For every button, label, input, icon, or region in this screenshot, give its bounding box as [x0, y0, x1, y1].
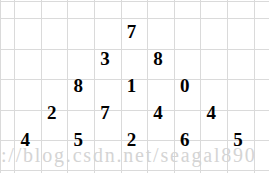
triangle-cell: 7 — [92, 100, 119, 126]
triangle-row-2: 3 8 — [0, 46, 263, 72]
triangle-row-3: 8 1 0 — [0, 73, 263, 99]
watermark-text: ://blog.csdn.net/seagal890 — [1, 144, 257, 167]
triangle-row-1: 7 — [0, 19, 263, 45]
triangle-cell: 8 — [65, 73, 92, 99]
triangle-cell: 1 — [118, 73, 145, 99]
triangle-cell: 8 — [145, 46, 172, 72]
triangle-cell: 3 — [92, 46, 119, 72]
triangle-cell: 4 — [198, 100, 225, 126]
triangle-cell: 2 — [38, 100, 65, 126]
spreadsheet-grid-board: 7 3 8 8 1 0 2 7 4 4 4 5 2 6 5 ://blog.cs… — [0, 0, 269, 173]
triangle-row-4: 2 7 4 4 — [0, 100, 263, 126]
triangle-cell: 0 — [171, 73, 198, 99]
triangle-cell: 4 — [145, 100, 172, 126]
triangle-cell: 7 — [118, 19, 145, 45]
